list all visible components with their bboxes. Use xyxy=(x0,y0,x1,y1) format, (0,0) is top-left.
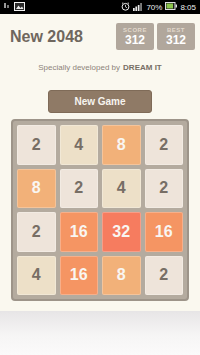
tile-2: 2 xyxy=(145,256,184,296)
tile-2: 2 xyxy=(60,169,99,209)
tile-4: 4 xyxy=(17,256,56,296)
tile-8: 8 xyxy=(102,125,141,165)
tile-16: 16 xyxy=(60,212,99,252)
score-value: 312 xyxy=(116,34,154,47)
ad-banner-area xyxy=(0,311,200,355)
tile-16: 16 xyxy=(145,212,184,252)
developer-credit-prefix: Specially developed by xyxy=(38,63,120,72)
status-bar[interactable]: 70% 8:05 xyxy=(0,0,200,14)
tile-8: 8 xyxy=(102,256,141,296)
status-bar-right: 70% 8:05 xyxy=(121,2,196,13)
tile-2: 2 xyxy=(145,125,184,165)
app-title: New 2048 xyxy=(10,23,83,51)
status-bar-left xyxy=(4,2,25,13)
score-badge: SCORE 312 xyxy=(116,23,154,50)
best-badge: BEST 312 xyxy=(157,23,195,50)
header: New 2048 SCORE 312 BEST 312 xyxy=(0,14,200,51)
score-badges: SCORE 312 BEST 312 xyxy=(116,23,195,51)
best-value: 312 xyxy=(157,34,195,47)
tile-4: 4 xyxy=(60,125,99,165)
new-game-button[interactable]: New Game xyxy=(48,90,152,113)
app-screen: 70% 8:05 New 2048 SCORE 312 BEST 312 xyxy=(0,0,200,355)
tile-8: 8 xyxy=(17,169,56,209)
developer-credit: Specially developed byDREAM IT xyxy=(0,63,200,73)
screenshot-icon xyxy=(14,2,25,13)
alarm-icon xyxy=(121,2,130,13)
tile-2: 2 xyxy=(17,212,56,252)
signal-icon xyxy=(133,2,143,13)
developer-brand: DREAM IT xyxy=(123,63,162,72)
battery-percentage: 70% xyxy=(146,3,162,12)
board[interactable]: 24828242216321641682 xyxy=(11,119,189,301)
tile-32: 32 xyxy=(102,212,141,252)
battery-icon xyxy=(165,2,177,12)
clock-time: 8:05 xyxy=(180,3,196,12)
tile-2: 2 xyxy=(17,125,56,165)
tile-2: 2 xyxy=(145,169,184,209)
tile-4: 4 xyxy=(102,169,141,209)
notification-icon xyxy=(4,2,11,12)
tile-16: 16 xyxy=(60,256,99,296)
